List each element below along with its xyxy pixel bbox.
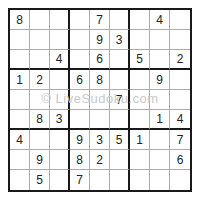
- cell-r9c6[interactable]: [110, 170, 130, 190]
- cell-r2c6[interactable]: 3: [110, 30, 130, 50]
- cell-r6c9[interactable]: 4: [170, 110, 190, 130]
- cell-r7c5[interactable]: 3: [90, 130, 110, 150]
- cell-r5c6[interactable]: 7: [110, 90, 130, 110]
- cell-r7c4[interactable]: 9: [70, 130, 90, 150]
- cell-r2c5[interactable]: 9: [90, 30, 110, 50]
- cell-r3c4[interactable]: [70, 50, 90, 70]
- cell-r1c5[interactable]: 7: [90, 10, 110, 30]
- cell-r6c5[interactable]: [90, 110, 110, 130]
- cell-r7c3[interactable]: [50, 130, 70, 150]
- cell-r8c4[interactable]: 8: [70, 150, 90, 170]
- cell-r6c1[interactable]: [10, 110, 30, 130]
- cell-r9c5[interactable]: [90, 170, 110, 190]
- cell-r2c3[interactable]: [50, 30, 70, 50]
- cell-r1c9[interactable]: [170, 10, 190, 30]
- cell-r9c1[interactable]: [10, 170, 30, 190]
- cell-r3c5[interactable]: 6: [90, 50, 110, 70]
- cell-r4c6[interactable]: [110, 70, 130, 90]
- cell-r3c7[interactable]: 5: [130, 50, 150, 70]
- cell-r6c2[interactable]: 8: [30, 110, 50, 130]
- cell-r8c2[interactable]: 9: [30, 150, 50, 170]
- cell-r7c2[interactable]: [30, 130, 50, 150]
- cell-r4c5[interactable]: 8: [90, 70, 110, 90]
- cell-r9c3[interactable]: [50, 170, 70, 190]
- cell-r1c8[interactable]: 4: [150, 10, 170, 30]
- cell-r5c8[interactable]: [150, 90, 170, 110]
- cell-r7c1[interactable]: 4: [10, 130, 30, 150]
- cell-r4c2[interactable]: 2: [30, 70, 50, 90]
- cell-r1c7[interactable]: [130, 10, 150, 30]
- cell-r3c2[interactable]: [30, 50, 50, 70]
- cell-r4c7[interactable]: [130, 70, 150, 90]
- cell-r6c8[interactable]: 1: [150, 110, 170, 130]
- cell-r5c3[interactable]: [50, 90, 70, 110]
- cell-r4c4[interactable]: 6: [70, 70, 90, 90]
- cell-r5c2[interactable]: [30, 90, 50, 110]
- cell-r7c6[interactable]: 5: [110, 130, 130, 150]
- cell-r6c6[interactable]: [110, 110, 130, 130]
- cell-r2c4[interactable]: [70, 30, 90, 50]
- cell-r3c8[interactable]: [150, 50, 170, 70]
- cell-r7c8[interactable]: [150, 130, 170, 150]
- cell-r2c2[interactable]: [30, 30, 50, 50]
- cell-r9c8[interactable]: [150, 170, 170, 190]
- cell-r5c4[interactable]: [70, 90, 90, 110]
- cell-r1c6[interactable]: [110, 10, 130, 30]
- cell-r3c6[interactable]: [110, 50, 130, 70]
- cell-r6c7[interactable]: [130, 110, 150, 130]
- cell-r8c6[interactable]: [110, 150, 130, 170]
- cell-r6c3[interactable]: 3: [50, 110, 70, 130]
- cell-r9c9[interactable]: [170, 170, 190, 190]
- cell-r4c9[interactable]: [170, 70, 190, 90]
- sudoku-page: 8749346521268978314493517982657 © LiveSu…: [0, 0, 200, 200]
- cell-r4c1[interactable]: 1: [10, 70, 30, 90]
- cell-r9c7[interactable]: [130, 170, 150, 190]
- cell-r2c9[interactable]: [170, 30, 190, 50]
- cell-r1c4[interactable]: [70, 10, 90, 30]
- cell-r9c2[interactable]: 5: [30, 170, 50, 190]
- cell-r8c9[interactable]: 6: [170, 150, 190, 170]
- cell-r6c4[interactable]: [70, 110, 90, 130]
- cell-r3c3[interactable]: 4: [50, 50, 70, 70]
- cell-r3c1[interactable]: [10, 50, 30, 70]
- cell-r2c1[interactable]: [10, 30, 30, 50]
- cell-r4c8[interactable]: 9: [150, 70, 170, 90]
- cell-r5c9[interactable]: [170, 90, 190, 110]
- cell-r2c8[interactable]: [150, 30, 170, 50]
- cell-r3c9[interactable]: 2: [170, 50, 190, 70]
- cell-r1c3[interactable]: [50, 10, 70, 30]
- cell-r8c7[interactable]: [130, 150, 150, 170]
- cell-r8c3[interactable]: [50, 150, 70, 170]
- cell-r7c7[interactable]: 1: [130, 130, 150, 150]
- cell-r5c5[interactable]: [90, 90, 110, 110]
- sudoku-board: 8749346521268978314493517982657: [8, 8, 192, 192]
- cell-r7c9[interactable]: 7: [170, 130, 190, 150]
- cell-r8c5[interactable]: 2: [90, 150, 110, 170]
- cell-r9c4[interactable]: 7: [70, 170, 90, 190]
- cell-r1c1[interactable]: 8: [10, 10, 30, 30]
- cell-r8c1[interactable]: [10, 150, 30, 170]
- cell-r5c1[interactable]: [10, 90, 30, 110]
- cell-r1c2[interactable]: [30, 10, 50, 30]
- cell-r5c7[interactable]: [130, 90, 150, 110]
- cell-r4c3[interactable]: [50, 70, 70, 90]
- cell-r2c7[interactable]: [130, 30, 150, 50]
- cell-r8c8[interactable]: [150, 150, 170, 170]
